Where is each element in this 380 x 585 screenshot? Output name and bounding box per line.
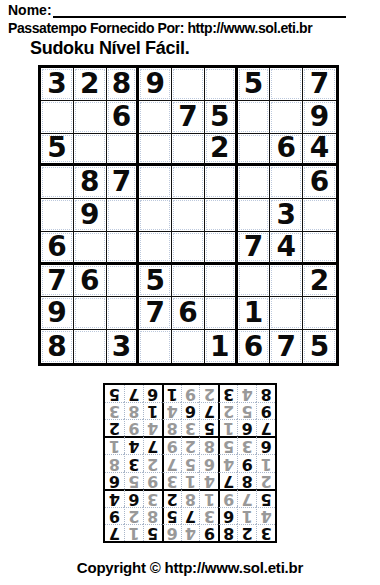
solution-cell-r3c8: 6	[124, 489, 143, 507]
puzzle-cell-r3c8: 6	[270, 134, 303, 167]
solution-cell-r9c8: 7	[124, 385, 143, 402]
puzzle-cell-r4c3: 7	[107, 166, 140, 199]
puzzle-cell-r2c8	[270, 101, 303, 134]
solution-cell-r5c5: 5	[181, 454, 200, 471]
puzzle-cell-r7c5	[172, 265, 205, 298]
puzzle-cell-r1c6	[205, 68, 238, 101]
solution-cell-r8c3: 2	[218, 402, 237, 419]
solution-cell-r6c3: 5	[218, 436, 237, 454]
solution-cell-r5c8: 3	[124, 454, 143, 471]
provider-line: Passatempo Fornecido Por: http://www.sol…	[8, 20, 312, 36]
puzzle-cell-r1c4: 9	[139, 68, 172, 101]
solution-cell-r9c2: 4	[237, 385, 256, 402]
solution-cell-r3c1: 5	[256, 489, 275, 507]
solution-cell-r2c1: 4	[256, 507, 275, 524]
puzzle-cell-r8c5: 6	[172, 297, 205, 330]
puzzle-cell-r7c2: 6	[74, 265, 107, 298]
puzzle-cell-r3c1: 5	[41, 134, 74, 167]
puzzle-cell-r5c6	[205, 199, 238, 232]
solution-cell-r8c9: 3	[105, 402, 124, 419]
solution-grid-rotated: 3289465174163758295791823642874139561946…	[103, 383, 277, 543]
puzzle-cell-r8c2	[74, 297, 107, 330]
solution-cell-r7c5: 3	[181, 419, 200, 436]
solution-cell-r1c3: 8	[218, 524, 237, 541]
puzzle-cell-r6c8: 4	[270, 232, 303, 265]
solution-cell-r7c9: 2	[105, 419, 124, 436]
solution-cell-r1c5: 4	[181, 524, 200, 541]
puzzle-cell-r1c3: 8	[107, 68, 140, 101]
name-underline	[53, 3, 346, 18]
solution-cell-r2c9: 9	[105, 507, 124, 524]
puzzle-cell-r8c6	[205, 297, 238, 330]
puzzle-cell-r7c8	[270, 265, 303, 298]
puzzle-cell-r9c8: 7	[270, 330, 303, 363]
solution-cell-r3c5: 8	[181, 489, 200, 507]
puzzle-cell-r4c6	[205, 166, 238, 199]
solution-cell-r7c3: 1	[218, 419, 237, 436]
puzzle-cell-r6c4	[139, 232, 172, 265]
puzzle-grid: 328957675952648769367476529761831675	[38, 65, 339, 366]
copyright: Copyright © http://www.sol.eti.br	[0, 559, 380, 576]
solution-cell-r7c1: 7	[256, 419, 275, 436]
solution-cell-r2c6: 5	[162, 507, 181, 524]
solution-cell-r6c2: 3	[237, 436, 256, 454]
puzzle-cell-r4c5	[172, 166, 205, 199]
solution-cell-r8c8: 8	[124, 402, 143, 419]
solution-cell-r7c4: 5	[199, 419, 218, 436]
puzzle-cell-r4c9: 6	[303, 166, 336, 199]
solution-cell-r6c8: 4	[124, 436, 143, 454]
puzzle-cell-r9c1: 8	[41, 330, 74, 363]
puzzle-cell-r7c6	[205, 265, 238, 298]
page-title: Sudoku Nível Fácil.	[30, 38, 189, 59]
puzzle-cell-r9c9: 5	[303, 330, 336, 363]
solution-cell-r2c2: 1	[237, 507, 256, 524]
puzzle-cell-r5c3	[107, 199, 140, 232]
solution-cell-r2c3: 6	[218, 507, 237, 524]
solution-cell-r2c8: 2	[124, 507, 143, 524]
solution-cell-r4c9: 6	[105, 472, 124, 489]
solution-cell-r3c4: 1	[199, 489, 218, 507]
solution-cell-r2c5: 7	[181, 507, 200, 524]
name-row: Nome:	[8, 2, 346, 18]
solution-cell-r4c1: 2	[256, 472, 275, 489]
solution-cell-r8c2: 5	[237, 402, 256, 419]
puzzle-cell-r7c4: 5	[139, 265, 172, 298]
puzzle-cell-r6c7: 7	[238, 232, 271, 265]
solution-cell-r7c8: 9	[124, 419, 143, 436]
solution-cell-r1c4: 9	[199, 524, 218, 541]
puzzle-cell-r8c3	[107, 297, 140, 330]
puzzle-cell-r1c1: 3	[41, 68, 74, 101]
solution-cell-r7c7: 4	[143, 419, 162, 436]
solution-cell-r4c3: 7	[218, 472, 237, 489]
puzzle-cell-r7c3	[107, 265, 140, 298]
puzzle-cell-r9c3: 3	[107, 330, 140, 363]
solution-cell-r1c9: 7	[105, 524, 124, 541]
solution-cell-r1c2: 2	[237, 524, 256, 541]
puzzle-cell-r1c9: 7	[303, 68, 336, 101]
solution-cell-r2c7: 8	[143, 507, 162, 524]
puzzle-cell-r8c8	[270, 297, 303, 330]
puzzle-cell-r5c1	[41, 199, 74, 232]
puzzle-cell-r4c4	[139, 166, 172, 199]
puzzle-cell-r3c6: 2	[205, 134, 238, 167]
solution-cell-r6c5: 2	[181, 436, 200, 454]
solution-cell-r1c6: 6	[162, 524, 181, 541]
puzzle-cell-r8c7: 1	[238, 297, 271, 330]
solution-cell-r1c7: 5	[143, 524, 162, 541]
puzzle-cell-r4c1	[41, 166, 74, 199]
puzzle-cell-r9c6: 1	[205, 330, 238, 363]
puzzle-cell-r9c7: 6	[238, 330, 271, 363]
puzzle-cell-r7c9: 2	[303, 265, 336, 298]
solution-cell-r9c3: 3	[218, 385, 237, 402]
puzzle-cell-r2c1	[41, 101, 74, 134]
solution-cell-r3c2: 7	[237, 489, 256, 507]
solution-cell-r5c9: 8	[105, 454, 124, 471]
puzzle-cell-r5c5	[172, 199, 205, 232]
puzzle-cell-r9c4	[139, 330, 172, 363]
puzzle-cell-r7c7	[238, 265, 271, 298]
puzzle-cell-r4c2: 8	[74, 166, 107, 199]
solution-cell-r8c7: 1	[143, 402, 162, 419]
solution-cell-r6c1: 6	[256, 436, 275, 454]
puzzle-cell-r5c7	[238, 199, 271, 232]
solution-cell-r9c9: 5	[105, 385, 124, 402]
solution-cell-r2c4: 3	[199, 507, 218, 524]
solution-cell-r8c4: 7	[199, 402, 218, 419]
puzzle-cell-r5c9	[303, 199, 336, 232]
solution-cell-r5c4: 6	[199, 454, 218, 471]
puzzle-cell-r6c1: 6	[41, 232, 74, 265]
solution-cell-r6c7: 7	[143, 436, 162, 454]
puzzle-cell-r3c7	[238, 134, 271, 167]
solution-cell-r3c7: 3	[143, 489, 162, 507]
puzzle-cell-r2c3: 6	[107, 101, 140, 134]
solution-cell-r1c1: 3	[256, 524, 275, 541]
puzzle-cell-r2c6: 5	[205, 101, 238, 134]
puzzle-cell-r6c5	[172, 232, 205, 265]
solution-cell-r8c6: 4	[162, 402, 181, 419]
solution-cell-r7c2: 6	[237, 419, 256, 436]
solution-cell-r8c1: 9	[256, 402, 275, 419]
puzzle-cell-r2c2	[74, 101, 107, 134]
puzzle-cell-r6c2	[74, 232, 107, 265]
puzzle-cell-r4c7	[238, 166, 271, 199]
puzzle-cell-r3c4	[139, 134, 172, 167]
solution-cell-r4c6: 3	[162, 472, 181, 489]
solution-cell-r7c6: 8	[162, 419, 181, 436]
puzzle-cell-r8c1: 9	[41, 297, 74, 330]
solution-cell-r3c6: 2	[162, 489, 181, 507]
solution-cell-r9c7: 6	[143, 385, 162, 402]
puzzle-cell-r5c4	[139, 199, 172, 232]
name-label: Nome:	[8, 2, 52, 18]
solution-cell-r5c2: 9	[237, 454, 256, 471]
solution-cell-r4c2: 8	[237, 472, 256, 489]
solution-cell-r6c9: 1	[105, 436, 124, 454]
puzzle-cell-r5c2: 9	[74, 199, 107, 232]
sudoku-page: Nome: Passatempo Fornecido Por: http://w…	[0, 0, 380, 585]
puzzle-cell-r3c9: 4	[303, 134, 336, 167]
puzzle-cell-r8c9	[303, 297, 336, 330]
puzzle-cell-r8c4: 7	[139, 297, 172, 330]
puzzle-cell-r1c7: 5	[238, 68, 271, 101]
puzzle-cell-r1c8	[270, 68, 303, 101]
solution-cell-r9c4: 2	[199, 385, 218, 402]
puzzle-cell-r2c9: 9	[303, 101, 336, 134]
solution-cell-r4c8: 5	[124, 472, 143, 489]
solution-cell-r4c4: 4	[199, 472, 218, 489]
solution-cell-r4c7: 9	[143, 472, 162, 489]
solution-cell-r5c1: 1	[256, 454, 275, 471]
puzzle-cell-r1c2: 2	[74, 68, 107, 101]
solution-cell-r6c4: 8	[199, 436, 218, 454]
solution-cell-r1c8: 1	[124, 524, 143, 541]
puzzle-cell-r6c6	[205, 232, 238, 265]
puzzle-cell-r6c3	[107, 232, 140, 265]
puzzle-cell-r2c4	[139, 101, 172, 134]
puzzle-cell-r9c5	[172, 330, 205, 363]
solution-cell-r8c5: 6	[181, 402, 200, 419]
solution-cell-r9c5: 9	[181, 385, 200, 402]
puzzle-cell-r3c3	[107, 134, 140, 167]
solution-cell-r3c9: 4	[105, 489, 124, 507]
puzzle-cell-r4c8	[270, 166, 303, 199]
solution-cell-r9c1: 8	[256, 385, 275, 402]
solution-cell-r5c7: 2	[143, 454, 162, 471]
puzzle-cell-r1c5	[172, 68, 205, 101]
puzzle-cell-r3c2	[74, 134, 107, 167]
puzzle-cell-r5c8: 3	[270, 199, 303, 232]
solution-cell-r4c5: 1	[181, 472, 200, 489]
puzzle-cell-r2c7	[238, 101, 271, 134]
solution-cell-r5c6: 7	[162, 454, 181, 471]
puzzle-cell-r7c1: 7	[41, 265, 74, 298]
solution-cell-r3c3: 9	[218, 489, 237, 507]
solution-cell-r6c6: 9	[162, 436, 181, 454]
puzzle-cell-r6c9	[303, 232, 336, 265]
puzzle-cell-r3c5	[172, 134, 205, 167]
puzzle-cell-r2c5: 7	[172, 101, 205, 134]
puzzle-cell-r9c2	[74, 330, 107, 363]
solution-cell-r5c3: 4	[218, 454, 237, 471]
solution-cell-r9c6: 1	[162, 385, 181, 402]
